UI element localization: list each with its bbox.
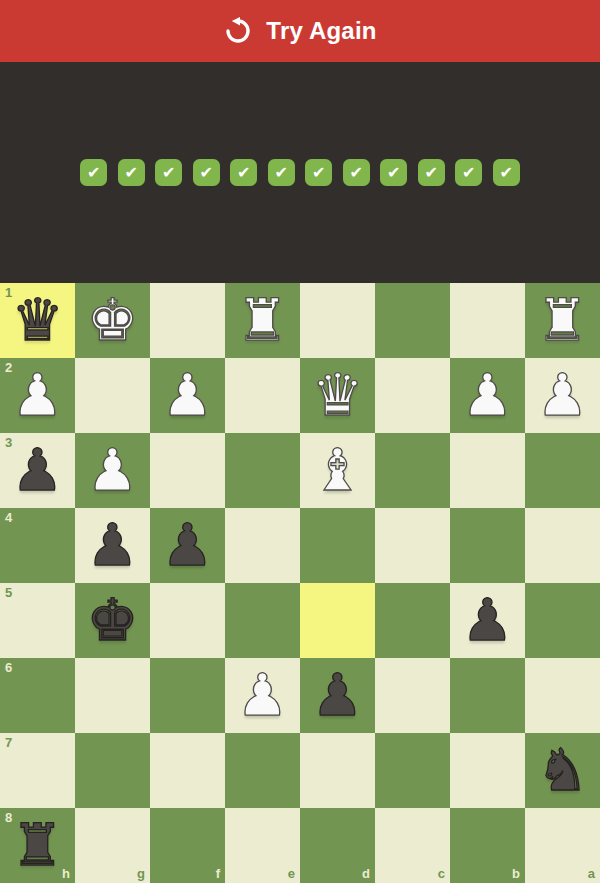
square-g3[interactable]: ♟ <box>75 433 150 508</box>
square-f8[interactable]: f <box>150 808 225 883</box>
progress-panel: ✔✔✔✔✔✔✔✔✔✔✔✔ <box>0 62 600 283</box>
solved-check-badge: ✔ <box>155 159 182 186</box>
check-icon: ✔ <box>200 165 213 181</box>
square-f3[interactable] <box>150 433 225 508</box>
try-again-button[interactable]: Try Again <box>0 0 600 62</box>
square-h1[interactable]: 1♛ <box>0 283 75 358</box>
square-c4[interactable] <box>375 508 450 583</box>
square-f1[interactable] <box>150 283 225 358</box>
rank-label-7: 7 <box>5 736 12 749</box>
square-e7[interactable] <box>225 733 300 808</box>
rank-label-4: 4 <box>5 511 12 524</box>
white-pawn[interactable]: ♟ <box>87 433 139 508</box>
black-pawn[interactable]: ♟ <box>162 508 214 583</box>
check-icon: ✔ <box>387 165 400 181</box>
square-a1[interactable]: ♜ <box>525 283 600 358</box>
solved-check-badge: ✔ <box>305 159 332 186</box>
square-d6[interactable]: ♟ <box>300 658 375 733</box>
white-pawn[interactable]: ♟ <box>462 358 514 433</box>
square-h7[interactable]: 7 <box>0 733 75 808</box>
chess-board: 1♛♚♜♜2♟♟♛♟♟3♟♟♝4♟♟5♚♟6♟♟7♞8h♜gfedcba <box>0 283 600 883</box>
square-a7[interactable]: ♞ <box>525 733 600 808</box>
black-pawn[interactable]: ♟ <box>462 583 514 658</box>
square-e8[interactable]: e <box>225 808 300 883</box>
square-a4[interactable] <box>525 508 600 583</box>
check-icon: ✔ <box>312 165 325 181</box>
square-g1[interactable]: ♚ <box>75 283 150 358</box>
square-g7[interactable] <box>75 733 150 808</box>
square-e3[interactable] <box>225 433 300 508</box>
black-pawn[interactable]: ♟ <box>312 658 364 733</box>
square-c7[interactable] <box>375 733 450 808</box>
check-icon: ✔ <box>462 165 475 181</box>
square-d4[interactable] <box>300 508 375 583</box>
solved-check-badge: ✔ <box>230 159 257 186</box>
black-rook[interactable]: ♜ <box>12 808 64 883</box>
square-d3[interactable]: ♝ <box>300 433 375 508</box>
square-a3[interactable] <box>525 433 600 508</box>
square-g4[interactable]: ♟ <box>75 508 150 583</box>
white-queen[interactable]: ♛ <box>312 358 364 433</box>
solved-check-badge: ✔ <box>493 159 520 186</box>
solved-check-badge: ✔ <box>418 159 445 186</box>
square-e1[interactable]: ♜ <box>225 283 300 358</box>
solved-check-badge: ✔ <box>268 159 295 186</box>
check-icon: ✔ <box>87 165 100 181</box>
black-knight[interactable]: ♞ <box>537 733 589 808</box>
black-queen[interactable]: ♛ <box>12 283 64 358</box>
square-e6[interactable]: ♟ <box>225 658 300 733</box>
square-h3[interactable]: 3♟ <box>0 433 75 508</box>
square-f4[interactable]: ♟ <box>150 508 225 583</box>
file-label-g: g <box>137 867 145 880</box>
square-f6[interactable] <box>150 658 225 733</box>
check-icon: ✔ <box>275 165 288 181</box>
white-rook[interactable]: ♜ <box>237 283 289 358</box>
square-d8[interactable]: d <box>300 808 375 883</box>
black-pawn[interactable]: ♟ <box>12 433 64 508</box>
square-d1[interactable] <box>300 283 375 358</box>
square-c1[interactable] <box>375 283 450 358</box>
black-pawn[interactable]: ♟ <box>87 508 139 583</box>
square-a6[interactable] <box>525 658 600 733</box>
white-pawn[interactable]: ♟ <box>537 358 589 433</box>
square-d5[interactable] <box>300 583 375 658</box>
file-label-a: a <box>588 867 595 880</box>
file-label-b: b <box>512 867 520 880</box>
check-icon: ✔ <box>425 165 438 181</box>
square-h8[interactable]: 8h♜ <box>0 808 75 883</box>
white-bishop[interactable]: ♝ <box>312 433 364 508</box>
file-label-d: d <box>362 867 370 880</box>
solved-check-badge: ✔ <box>193 159 220 186</box>
check-icon: ✔ <box>125 165 138 181</box>
square-e5[interactable] <box>225 583 300 658</box>
black-king[interactable]: ♚ <box>87 583 139 658</box>
square-g5[interactable]: ♚ <box>75 583 150 658</box>
square-g8[interactable]: g <box>75 808 150 883</box>
white-king[interactable]: ♚ <box>87 283 139 358</box>
square-e4[interactable] <box>225 508 300 583</box>
rank-label-6: 6 <box>5 661 12 674</box>
file-label-f: f <box>216 867 220 880</box>
square-c6[interactable] <box>375 658 450 733</box>
retry-icon <box>223 16 253 46</box>
square-a8[interactable]: a <box>525 808 600 883</box>
square-c3[interactable] <box>375 433 450 508</box>
square-a2[interactable]: ♟ <box>525 358 600 433</box>
square-b3[interactable] <box>450 433 525 508</box>
square-b6[interactable] <box>450 658 525 733</box>
square-h2[interactable]: 2♟ <box>0 358 75 433</box>
solved-check-badge: ✔ <box>380 159 407 186</box>
solved-check-badge: ✔ <box>118 159 145 186</box>
square-g6[interactable] <box>75 658 150 733</box>
square-b5[interactable]: ♟ <box>450 583 525 658</box>
square-b4[interactable] <box>450 508 525 583</box>
white-pawn[interactable]: ♟ <box>12 358 64 433</box>
check-icon: ✔ <box>500 165 513 181</box>
solved-check-badge: ✔ <box>455 159 482 186</box>
solved-check-badge: ✔ <box>80 159 107 186</box>
square-b8[interactable]: b <box>450 808 525 883</box>
square-h4[interactable]: 4 <box>0 508 75 583</box>
square-h5[interactable]: 5 <box>0 583 75 658</box>
white-rook[interactable]: ♜ <box>537 283 589 358</box>
banner-label: Try Again <box>266 17 376 45</box>
square-h6[interactable]: 6 <box>0 658 75 733</box>
square-b1[interactable] <box>450 283 525 358</box>
white-pawn[interactable]: ♟ <box>162 358 214 433</box>
square-f7[interactable] <box>150 733 225 808</box>
square-b7[interactable] <box>450 733 525 808</box>
rank-label-5: 5 <box>5 586 12 599</box>
square-d2[interactable]: ♛ <box>300 358 375 433</box>
square-d7[interactable] <box>300 733 375 808</box>
solved-moves-row: ✔✔✔✔✔✔✔✔✔✔✔✔ <box>80 159 520 186</box>
file-label-c: c <box>438 867 445 880</box>
square-a5[interactable] <box>525 583 600 658</box>
file-label-e: e <box>288 867 295 880</box>
square-c2[interactable] <box>375 358 450 433</box>
white-pawn[interactable]: ♟ <box>237 658 289 733</box>
square-f2[interactable]: ♟ <box>150 358 225 433</box>
square-e2[interactable] <box>225 358 300 433</box>
square-f5[interactable] <box>150 583 225 658</box>
check-icon: ✔ <box>237 165 250 181</box>
square-c8[interactable]: c <box>375 808 450 883</box>
square-b2[interactable]: ♟ <box>450 358 525 433</box>
check-icon: ✔ <box>350 165 363 181</box>
solved-check-badge: ✔ <box>343 159 370 186</box>
square-g2[interactable] <box>75 358 150 433</box>
check-icon: ✔ <box>162 165 175 181</box>
square-c5[interactable] <box>375 583 450 658</box>
